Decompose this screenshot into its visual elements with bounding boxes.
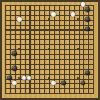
white-stone-K17[interactable] — [51, 12, 56, 17]
black-stone-B4[interactable] — [7, 76, 12, 81]
black-stone-R18[interactable] — [85, 7, 90, 12]
go-board[interactable] — [0, 0, 100, 100]
star-point — [18, 48, 20, 50]
star-point — [77, 48, 79, 50]
black-stone-M3[interactable] — [61, 81, 66, 86]
white-stone-K3[interactable] — [51, 81, 56, 86]
star-point — [18, 77, 20, 79]
white-stone-E4[interactable] — [22, 76, 27, 81]
star-point — [48, 18, 50, 20]
star-point — [48, 77, 50, 79]
black-stone-R14[interactable] — [85, 27, 90, 32]
black-stone-C9[interactable] — [12, 51, 17, 56]
star-point — [77, 77, 79, 79]
white-stone-F4[interactable] — [27, 76, 32, 81]
black-stone-R5[interactable] — [85, 71, 90, 76]
black-stone-R16[interactable] — [85, 17, 90, 22]
white-stone-Q19[interactable] — [81, 2, 86, 7]
white-stone-O17[interactable] — [71, 12, 76, 17]
white-stone-C3[interactable] — [12, 81, 17, 86]
black-stone-C6[interactable] — [12, 66, 17, 71]
star-point — [48, 48, 50, 50]
black-stone-Q3[interactable] — [81, 81, 86, 86]
star-point — [77, 18, 79, 20]
white-stone-D16[interactable] — [17, 17, 22, 22]
